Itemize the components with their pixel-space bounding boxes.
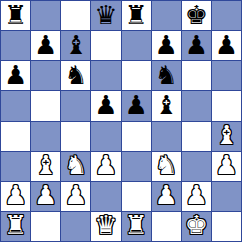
- square-a1[interactable]: ♜: [1, 212, 30, 241]
- white-rook: ♜: [124, 212, 147, 238]
- square-f7[interactable]: ♟: [152, 31, 181, 60]
- white-pawn: ♟: [215, 152, 238, 178]
- black-queen: ♛: [94, 2, 117, 28]
- square-h3[interactable]: ♟: [212, 152, 241, 181]
- square-b2[interactable]: ♟: [31, 182, 60, 211]
- square-e1[interactable]: ♜: [122, 212, 151, 241]
- square-d5[interactable]: ♟: [91, 91, 120, 120]
- white-knight: ♞: [155, 152, 178, 178]
- square-b7[interactable]: ♟: [31, 31, 60, 60]
- white-pawn: ♟: [185, 182, 208, 208]
- square-f5[interactable]: ♝: [152, 91, 181, 120]
- square-e4[interactable]: [122, 122, 151, 151]
- square-e5[interactable]: ♟: [122, 91, 151, 120]
- square-d2[interactable]: [91, 182, 120, 211]
- square-a3[interactable]: [1, 152, 30, 181]
- square-g1[interactable]: ♚: [182, 212, 211, 241]
- square-h5[interactable]: [212, 91, 241, 120]
- square-b8[interactable]: [31, 1, 60, 30]
- square-h6[interactable]: [212, 61, 241, 90]
- square-a7[interactable]: [1, 31, 30, 60]
- square-b1[interactable]: [31, 212, 60, 241]
- square-c2[interactable]: ♟: [61, 182, 90, 211]
- white-pawn: ♟: [155, 182, 178, 208]
- square-a8[interactable]: ♜: [1, 1, 30, 30]
- black-pawn: ♟: [185, 32, 208, 58]
- square-f6[interactable]: ♞: [152, 61, 181, 90]
- square-c1[interactable]: [61, 212, 90, 241]
- black-knight: ♞: [64, 62, 87, 88]
- black-knight: ♞: [155, 62, 178, 88]
- square-b6[interactable]: [31, 61, 60, 90]
- square-c7[interactable]: ♝: [61, 31, 90, 60]
- square-d1[interactable]: ♛: [91, 212, 120, 241]
- square-c3[interactable]: ♞: [61, 152, 90, 181]
- square-d8[interactable]: ♛: [91, 1, 120, 30]
- square-g5[interactable]: [182, 91, 211, 120]
- square-h4[interactable]: ♝: [212, 122, 241, 151]
- black-pawn: ♟: [34, 32, 57, 58]
- square-d3[interactable]: ♟: [91, 152, 120, 181]
- square-h8[interactable]: [212, 1, 241, 30]
- square-g6[interactable]: [182, 61, 211, 90]
- square-a5[interactable]: [1, 91, 30, 120]
- white-rook: ♜: [4, 212, 27, 238]
- black-pawn: ♟: [94, 92, 117, 118]
- square-b5[interactable]: [31, 91, 60, 120]
- black-pawn: ♟: [215, 32, 238, 58]
- chess-board: ♜♛♜♚♟♝♟♟♟♟♞♞♟♟♝♝♝♞♟♞♟♟♟♟♟♟♜♛♜♚: [0, 0, 242, 242]
- square-e8[interactable]: ♜: [122, 1, 151, 30]
- square-g2[interactable]: ♟: [182, 182, 211, 211]
- square-f2[interactable]: ♟: [152, 182, 181, 211]
- black-pawn: ♟: [155, 32, 178, 58]
- square-h7[interactable]: ♟: [212, 31, 241, 60]
- black-pawn: ♟: [4, 62, 27, 88]
- white-knight: ♞: [64, 152, 87, 178]
- square-d7[interactable]: [91, 31, 120, 60]
- square-h1[interactable]: [212, 212, 241, 241]
- white-pawn: ♟: [34, 182, 57, 208]
- square-b4[interactable]: [31, 122, 60, 151]
- square-g3[interactable]: [182, 152, 211, 181]
- square-c5[interactable]: [61, 91, 90, 120]
- square-h2[interactable]: [212, 182, 241, 211]
- white-pawn: ♟: [94, 152, 117, 178]
- white-bishop: ♝: [215, 122, 238, 148]
- square-f4[interactable]: [152, 122, 181, 151]
- white-queen: ♛: [94, 212, 117, 238]
- square-f1[interactable]: [152, 212, 181, 241]
- square-c8[interactable]: [61, 1, 90, 30]
- black-rook: ♜: [124, 2, 147, 28]
- black-bishop: ♝: [155, 92, 178, 118]
- square-a4[interactable]: [1, 122, 30, 151]
- square-a6[interactable]: ♟: [1, 61, 30, 90]
- square-d4[interactable]: [91, 122, 120, 151]
- square-b3[interactable]: ♝: [31, 152, 60, 181]
- square-d6[interactable]: [91, 61, 120, 90]
- square-e6[interactable]: [122, 61, 151, 90]
- black-rook: ♜: [4, 2, 27, 28]
- black-pawn: ♟: [124, 92, 147, 118]
- white-king: ♚: [185, 212, 208, 238]
- white-pawn: ♟: [4, 182, 27, 208]
- square-g4[interactable]: [182, 122, 211, 151]
- black-bishop: ♝: [64, 32, 87, 58]
- square-e2[interactable]: [122, 182, 151, 211]
- square-e7[interactable]: [122, 31, 151, 60]
- square-f8[interactable]: [152, 1, 181, 30]
- square-c6[interactable]: ♞: [61, 61, 90, 90]
- black-king: ♚: [185, 2, 208, 28]
- square-g8[interactable]: ♚: [182, 1, 211, 30]
- square-f3[interactable]: ♞: [152, 152, 181, 181]
- square-a2[interactable]: ♟: [1, 182, 30, 211]
- square-c4[interactable]: [61, 122, 90, 151]
- white-pawn: ♟: [64, 182, 87, 208]
- white-bishop: ♝: [34, 152, 57, 178]
- square-g7[interactable]: ♟: [182, 31, 211, 60]
- square-e3[interactable]: [122, 152, 151, 181]
